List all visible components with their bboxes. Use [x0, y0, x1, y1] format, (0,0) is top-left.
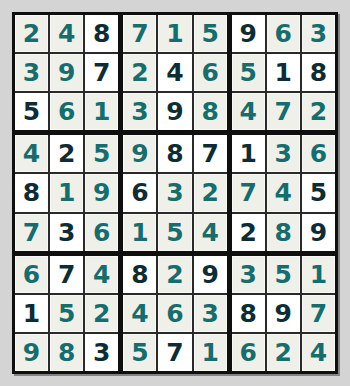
cell-r2c6[interactable]: 6: [194, 54, 227, 91]
cell-r4c6[interactable]: 7: [194, 135, 227, 172]
cell-r9c2[interactable]: 8: [50, 334, 83, 371]
cell-r4c3[interactable]: 5: [85, 135, 118, 172]
cell-r4c1[interactable]: 4: [15, 135, 48, 172]
cell-r6c4[interactable]: 1: [123, 214, 156, 251]
cell-r2c9[interactable]: 8: [302, 54, 335, 91]
cell-r4c4[interactable]: 9: [123, 135, 156, 172]
cell-r6c2[interactable]: 3: [50, 214, 83, 251]
cell-r8c9[interactable]: 7: [302, 295, 335, 332]
cell-r8c5[interactable]: 6: [158, 295, 191, 332]
cell-r7c3[interactable]: 4: [85, 256, 118, 293]
cell-r8c1[interactable]: 1: [15, 295, 48, 332]
cell-r5c3[interactable]: 9: [85, 174, 118, 211]
cell-r6c3[interactable]: 6: [85, 214, 118, 251]
cell-r8c6[interactable]: 3: [194, 295, 227, 332]
cell-r3c3[interactable]: 1: [85, 93, 118, 130]
cell-r5c9[interactable]: 5: [302, 174, 335, 211]
cell-r3c4[interactable]: 3: [123, 93, 156, 130]
page-background: 2487159633972465185613984724259871368196…: [0, 0, 350, 386]
cell-r2c4[interactable]: 2: [123, 54, 156, 91]
cell-r8c2[interactable]: 5: [50, 295, 83, 332]
cell-r1c8[interactable]: 6: [267, 15, 300, 52]
cell-r2c1[interactable]: 3: [15, 54, 48, 91]
cell-r9c5[interactable]: 7: [158, 334, 191, 371]
cell-r5c8[interactable]: 4: [267, 174, 300, 211]
cell-r3c1[interactable]: 5: [15, 93, 48, 130]
cell-r9c6[interactable]: 1: [194, 334, 227, 371]
cell-r7c4[interactable]: 8: [123, 256, 156, 293]
cell-r8c7[interactable]: 8: [232, 295, 265, 332]
cell-r2c2[interactable]: 9: [50, 54, 83, 91]
cell-r6c1[interactable]: 7: [15, 214, 48, 251]
cell-r9c4[interactable]: 5: [123, 334, 156, 371]
cell-r6c8[interactable]: 8: [267, 214, 300, 251]
cell-r7c5[interactable]: 2: [158, 256, 191, 293]
cell-r2c7[interactable]: 5: [232, 54, 265, 91]
cell-r1c9[interactable]: 3: [302, 15, 335, 52]
cell-r7c1[interactable]: 6: [15, 256, 48, 293]
cell-r4c2[interactable]: 2: [50, 135, 83, 172]
cell-r5c4[interactable]: 6: [123, 174, 156, 211]
cell-r3c9[interactable]: 2: [302, 93, 335, 130]
cell-r3c7[interactable]: 4: [232, 93, 265, 130]
cell-r9c7[interactable]: 6: [232, 334, 265, 371]
cell-r8c3[interactable]: 2: [85, 295, 118, 332]
cell-r4c5[interactable]: 8: [158, 135, 191, 172]
cell-r4c7[interactable]: 1: [232, 135, 265, 172]
cell-r7c9[interactable]: 1: [302, 256, 335, 293]
cell-r3c5[interactable]: 9: [158, 93, 191, 130]
cell-r6c7[interactable]: 2: [232, 214, 265, 251]
cell-r1c4[interactable]: 7: [123, 15, 156, 52]
cell-r6c5[interactable]: 5: [158, 214, 191, 251]
cell-r8c8[interactable]: 9: [267, 295, 300, 332]
cell-r7c6[interactable]: 9: [194, 256, 227, 293]
cell-r9c8[interactable]: 2: [267, 334, 300, 371]
cell-r4c9[interactable]: 6: [302, 135, 335, 172]
cell-r5c2[interactable]: 1: [50, 174, 83, 211]
cell-r1c5[interactable]: 1: [158, 15, 191, 52]
cell-r5c6[interactable]: 2: [194, 174, 227, 211]
cell-r6c9[interactable]: 9: [302, 214, 335, 251]
cell-r2c8[interactable]: 1: [267, 54, 300, 91]
cell-r1c1[interactable]: 2: [15, 15, 48, 52]
cell-r6c6[interactable]: 4: [194, 214, 227, 251]
cell-r9c9[interactable]: 4: [302, 334, 335, 371]
cell-r1c6[interactable]: 5: [194, 15, 227, 52]
cell-r3c8[interactable]: 7: [267, 93, 300, 130]
cell-r1c7[interactable]: 9: [232, 15, 265, 52]
cell-r1c2[interactable]: 4: [50, 15, 83, 52]
cell-r9c3[interactable]: 3: [85, 334, 118, 371]
cell-r9c1[interactable]: 9: [15, 334, 48, 371]
cell-r2c3[interactable]: 7: [85, 54, 118, 91]
cell-r7c7[interactable]: 3: [232, 256, 265, 293]
cell-r2c5[interactable]: 4: [158, 54, 191, 91]
cell-r7c2[interactable]: 7: [50, 256, 83, 293]
cell-r8c4[interactable]: 4: [123, 295, 156, 332]
cell-r5c5[interactable]: 3: [158, 174, 191, 211]
cell-r7c8[interactable]: 5: [267, 256, 300, 293]
cell-r4c8[interactable]: 3: [267, 135, 300, 172]
cell-r3c2[interactable]: 6: [50, 93, 83, 130]
sudoku-board: 2487159633972465185613984724259871368196…: [12, 12, 338, 374]
cell-r5c1[interactable]: 8: [15, 174, 48, 211]
cell-r5c7[interactable]: 7: [232, 174, 265, 211]
cell-r3c6[interactable]: 8: [194, 93, 227, 130]
cell-r1c3[interactable]: 8: [85, 15, 118, 52]
